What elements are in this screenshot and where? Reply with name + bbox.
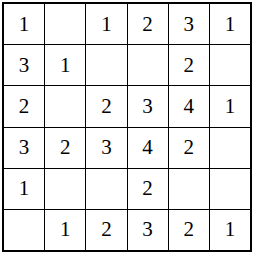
cell-r2c2[interactable]: 1: [45, 45, 85, 85]
cell-r4c1[interactable]: 3: [4, 128, 44, 168]
cell-r2c1[interactable]: 3: [4, 45, 44, 85]
cell-r6c4[interactable]: 3: [128, 210, 168, 250]
cell-r2c6[interactable]: [210, 45, 250, 85]
cell-r6c6[interactable]: 1: [210, 210, 250, 250]
cell-r1c2[interactable]: [45, 4, 85, 44]
cell-r2c3[interactable]: [86, 45, 126, 85]
cell-r3c4[interactable]: 3: [128, 86, 168, 126]
cell-r1c4[interactable]: 2: [128, 4, 168, 44]
cell-r1c6[interactable]: 1: [210, 4, 250, 44]
cell-r6c1[interactable]: [4, 210, 44, 250]
cell-r5c4[interactable]: 2: [128, 169, 168, 209]
cell-r6c5[interactable]: 2: [169, 210, 209, 250]
cell-r5c2[interactable]: [45, 169, 85, 209]
puzzle-board: 1123131222341323421212321: [0, 0, 254, 254]
cell-r1c1[interactable]: 1: [4, 4, 44, 44]
cell-r2c4[interactable]: [128, 45, 168, 85]
cell-r6c3[interactable]: 2: [86, 210, 126, 250]
cell-r3c6[interactable]: 1: [210, 86, 250, 126]
cell-r5c5[interactable]: [169, 169, 209, 209]
cell-r4c4[interactable]: 4: [128, 128, 168, 168]
cell-r1c5[interactable]: 3: [169, 4, 209, 44]
puzzle-grid: 1123131222341323421212321: [2, 2, 252, 252]
cell-r2c5[interactable]: 2: [169, 45, 209, 85]
cell-r5c3[interactable]: [86, 169, 126, 209]
cell-r3c2[interactable]: [45, 86, 85, 126]
cell-r4c5[interactable]: 2: [169, 128, 209, 168]
cell-r3c3[interactable]: 2: [86, 86, 126, 126]
cell-r5c6[interactable]: [210, 169, 250, 209]
cell-r4c6[interactable]: [210, 128, 250, 168]
cell-r5c1[interactable]: 1: [4, 169, 44, 209]
cell-r4c2[interactable]: 2: [45, 128, 85, 168]
cell-r1c3[interactable]: 1: [86, 4, 126, 44]
cell-r4c3[interactable]: 3: [86, 128, 126, 168]
cell-r6c2[interactable]: 1: [45, 210, 85, 250]
cell-r3c1[interactable]: 2: [4, 86, 44, 126]
cell-r3c5[interactable]: 4: [169, 86, 209, 126]
